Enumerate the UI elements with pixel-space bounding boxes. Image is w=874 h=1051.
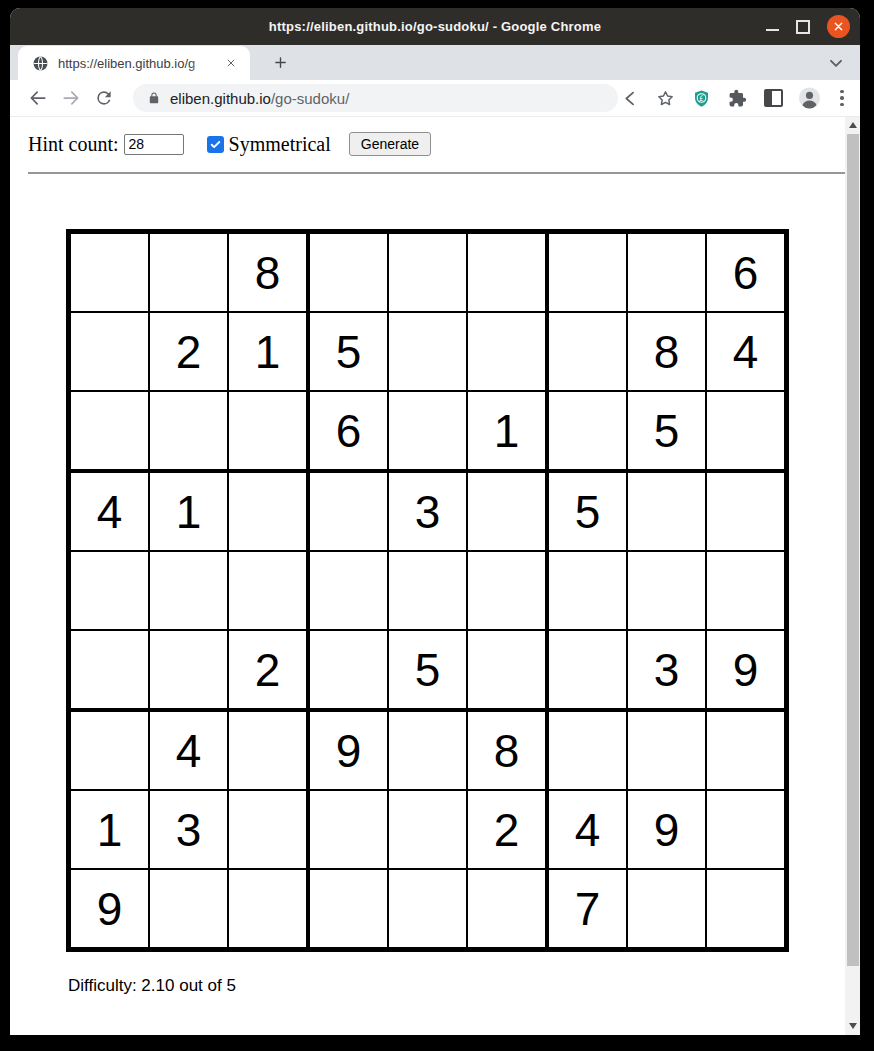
maximize-button[interactable] <box>796 20 810 34</box>
sudoku-cell-r5c7 <box>549 552 628 631</box>
sudoku-cell-r8c5 <box>389 791 468 870</box>
sudoku-cell-r3c9 <box>707 392 784 473</box>
navigation-toolbar: eliben.github.io/go-sudoku/ £ <box>10 80 860 117</box>
side-panel-glyph <box>764 89 783 107</box>
sudoku-cell-r6c1 <box>71 631 150 712</box>
sudoku-cell-r8c3 <box>229 791 310 870</box>
sudoku-cell-r1c5 <box>389 234 468 313</box>
sudoku-cell-r4c2: 1 <box>150 473 229 552</box>
sudoku-cell-r6c4 <box>310 631 389 712</box>
extension-shield-icon[interactable]: £ <box>690 87 713 110</box>
profile-avatar-icon[interactable] <box>798 87 821 110</box>
scrollbar-up-icon[interactable] <box>845 117 860 132</box>
sudoku-cell-r3c6: 1 <box>468 392 549 473</box>
sudoku-cell-r9c5 <box>389 870 468 947</box>
sudoku-cell-r4c9 <box>707 473 784 552</box>
sudoku-cell-r3c8: 5 <box>628 392 707 473</box>
sudoku-cell-r5c3 <box>229 552 310 631</box>
sudoku-cell-r5c8 <box>628 552 707 631</box>
sudoku-cell-r1c3: 8 <box>229 234 310 313</box>
sudoku-cell-r7c1 <box>71 712 150 791</box>
sudoku-cell-r2c8: 8 <box>628 313 707 392</box>
generate-button[interactable]: Generate <box>349 132 431 156</box>
sudoku-cell-r2c4: 5 <box>310 313 389 392</box>
sudoku-cell-r9c6 <box>468 870 549 947</box>
sudoku-cell-r7c3 <box>229 712 310 791</box>
sudoku-cell-r2c7 <box>549 313 628 392</box>
sudoku-cell-r6c7 <box>549 631 628 712</box>
sudoku-cell-r8c6: 2 <box>468 791 549 870</box>
svg-text:£: £ <box>699 93 704 102</box>
sudoku-cell-r7c4: 9 <box>310 712 389 791</box>
sudoku-cell-r2c2: 2 <box>150 313 229 392</box>
sudoku-cell-r1c2 <box>150 234 229 313</box>
chevron-down-icon[interactable] <box>826 53 846 73</box>
sudoku-cell-r9c9 <box>707 870 784 947</box>
scrollbar-thumb[interactable] <box>847 134 859 966</box>
sudoku-cell-r5c2 <box>150 552 229 631</box>
sudoku-cell-r5c9 <box>707 552 784 631</box>
extensions-puzzle-icon[interactable] <box>726 87 749 110</box>
sudoku-cell-r6c5: 5 <box>389 631 468 712</box>
forward-icon[interactable] <box>59 86 83 110</box>
tab-close-icon[interactable] <box>222 55 239 72</box>
url-domain: eliben.github.io <box>170 90 271 107</box>
sudoku-cell-r2c3: 1 <box>229 313 310 392</box>
sudoku-board: 8621584615413525394981324997 <box>66 229 789 952</box>
hint-count-input[interactable] <box>124 134 184 155</box>
new-tab-icon[interactable] <box>266 49 294 77</box>
sudoku-cell-r9c8 <box>628 870 707 947</box>
url-path: /go-sudoku/ <box>271 90 349 107</box>
sudoku-cell-r7c9 <box>707 712 784 791</box>
sudoku-cell-r9c1: 9 <box>71 870 150 947</box>
page-scrollbar[interactable] <box>845 117 860 1035</box>
sudoku-cell-r2c6 <box>468 313 549 392</box>
symmetrical-checkbox[interactable] <box>207 136 224 153</box>
sudoku-cell-r4c1: 4 <box>71 473 150 552</box>
sudoku-cell-r2c5 <box>389 313 468 392</box>
toolbar-right-icons: £ <box>618 87 850 110</box>
reload-icon[interactable] <box>92 86 116 110</box>
sudoku-cell-r7c6: 8 <box>468 712 549 791</box>
url-text: eliben.github.io/go-sudoku/ <box>170 90 349 107</box>
minimize-button[interactable] <box>766 29 779 31</box>
sudoku-cell-r9c4 <box>310 870 389 947</box>
hint-count-label: Hint count: <box>28 133 119 156</box>
sudoku-cell-r4c8 <box>628 473 707 552</box>
sudoku-cell-r2c1 <box>71 313 150 392</box>
sudoku-cell-r7c8 <box>628 712 707 791</box>
sudoku-cell-r8c7: 4 <box>549 791 628 870</box>
sudoku-cell-r6c6 <box>468 631 549 712</box>
address-bar[interactable]: eliben.github.io/go-sudoku/ <box>133 84 618 112</box>
sudoku-cell-r1c8 <box>628 234 707 313</box>
tab-go-sudoku[interactable]: https://eliben.github.io/g <box>18 46 250 80</box>
sudoku-cell-r1c1 <box>71 234 150 313</box>
difficulty-text: Difficulty: 2.10 out of 5 <box>68 976 846 996</box>
sudoku-cell-r1c9: 6 <box>707 234 784 313</box>
sudoku-cell-r4c7: 5 <box>549 473 628 552</box>
sudoku-cell-r7c7 <box>549 712 628 791</box>
sudoku-cell-r4c3 <box>229 473 310 552</box>
sudoku-cell-r8c8: 9 <box>628 791 707 870</box>
menu-dots-icon[interactable] <box>834 87 850 110</box>
window-title: https://eliben.github.io/go-sudoku/ - Go… <box>10 19 860 34</box>
sudoku-cell-r9c2 <box>150 870 229 947</box>
sudoku-cell-r4c5: 3 <box>389 473 468 552</box>
browser-window: https://eliben.github.io/go-sudoku/ - Go… <box>10 8 860 1035</box>
close-icon <box>833 18 844 36</box>
sudoku-cell-r4c6 <box>468 473 549 552</box>
tab-strip: https://eliben.github.io/g <box>10 45 860 80</box>
bookmark-star-icon[interactable] <box>654 87 677 110</box>
page-content: Hint count: Symmetrical Generate 8621584… <box>10 117 860 1035</box>
generator-controls: Hint count: Symmetrical Generate <box>28 117 846 159</box>
sudoku-cell-r8c4 <box>310 791 389 870</box>
sudoku-cell-r5c6 <box>468 552 549 631</box>
back-icon[interactable] <box>26 86 50 110</box>
sudoku-cell-r7c5 <box>389 712 468 791</box>
sudoku-cell-r8c2: 3 <box>150 791 229 870</box>
sudoku-cell-r3c2 <box>150 392 229 473</box>
sudoku-cell-r3c7 <box>549 392 628 473</box>
sudoku-cell-r1c4 <box>310 234 389 313</box>
scrollbar-down-icon[interactable] <box>845 1018 860 1033</box>
sudoku-cell-r1c7 <box>549 234 628 313</box>
sudoku-cell-r9c3 <box>229 870 310 947</box>
sudoku-cell-r7c2: 4 <box>150 712 229 791</box>
lock-icon[interactable] <box>147 91 161 105</box>
separator <box>28 172 846 174</box>
sudoku-cell-r5c4 <box>310 552 389 631</box>
symmetrical-label: Symmetrical <box>229 133 331 156</box>
tab-title: https://eliben.github.io/g <box>58 56 216 71</box>
sudoku-cell-r3c5 <box>389 392 468 473</box>
sudoku-cell-r8c9 <box>707 791 784 870</box>
sudoku-cell-r6c8: 3 <box>628 631 707 712</box>
sudoku-cell-r6c2 <box>150 631 229 712</box>
sudoku-cell-r5c1 <box>71 552 150 631</box>
globe-icon <box>32 55 49 72</box>
sudoku-cell-r1c6 <box>468 234 549 313</box>
side-panel-icon[interactable] <box>762 87 785 110</box>
share-icon[interactable] <box>618 87 641 110</box>
sudoku-cell-r9c7: 7 <box>549 870 628 947</box>
sudoku-cell-r3c3 <box>229 392 310 473</box>
sudoku-cell-r4c4 <box>310 473 389 552</box>
sudoku-cell-r6c9: 9 <box>707 631 784 712</box>
sudoku-cell-r5c5 <box>389 552 468 631</box>
sudoku-cell-r8c1: 1 <box>71 791 150 870</box>
sudoku-cell-r3c4: 6 <box>310 392 389 473</box>
window-controls <box>766 8 850 45</box>
close-button[interactable] <box>827 15 850 38</box>
sudoku-cell-r3c1 <box>71 392 150 473</box>
title-bar: https://eliben.github.io/go-sudoku/ - Go… <box>10 8 860 45</box>
sudoku-cell-r6c3: 2 <box>229 631 310 712</box>
sudoku-cell-r2c9: 4 <box>707 313 784 392</box>
